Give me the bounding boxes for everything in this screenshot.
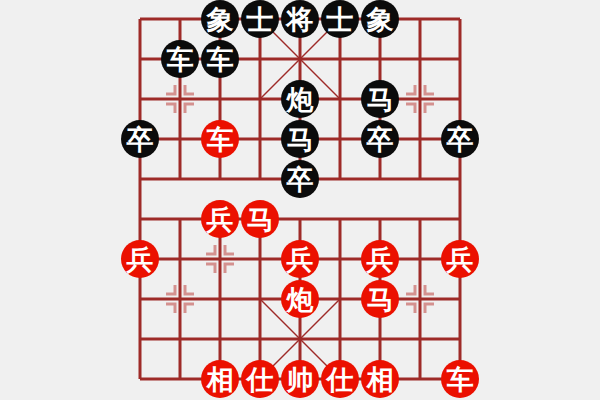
- piece-black-advisor[interactable]: 士: [241, 0, 279, 38]
- piece-black-advisor[interactable]: 士: [321, 0, 359, 38]
- piece-black-pawn[interactable]: 卒: [441, 120, 479, 158]
- xiangqi-board[interactable]: 象士将士象车车炮马卒车马卒卒卒兵马兵兵兵兵炮马相仕帅仕相车: [120, 0, 480, 399]
- piece-black-elephant[interactable]: 象: [201, 0, 239, 38]
- piece-black-horse[interactable]: 马: [361, 80, 399, 118]
- piece-red-advisor[interactable]: 仕: [241, 360, 279, 398]
- piece-black-chariot[interactable]: 车: [201, 40, 239, 78]
- piece-red-horse[interactable]: 马: [361, 280, 399, 318]
- piece-red-pawn[interactable]: 兵: [281, 240, 319, 278]
- piece-red-pawn[interactable]: 兵: [121, 240, 159, 278]
- xiangqi-app: 象士将士象车车炮马卒车马卒卒卒兵马兵兵兵兵炮马相仕帅仕相车: [0, 0, 600, 400]
- piece-black-pawn[interactable]: 卒: [121, 120, 159, 158]
- piece-red-cannon[interactable]: 炮: [281, 280, 319, 318]
- piece-black-general[interactable]: 将: [281, 0, 319, 38]
- piece-red-chariot[interactable]: 车: [201, 120, 239, 158]
- piece-red-horse[interactable]: 马: [241, 200, 279, 238]
- piece-red-pawn[interactable]: 兵: [441, 240, 479, 278]
- piece-red-advisor[interactable]: 仕: [321, 360, 359, 398]
- piece-black-pawn[interactable]: 卒: [361, 120, 399, 158]
- piece-red-chariot[interactable]: 车: [441, 360, 479, 398]
- piece-black-horse[interactable]: 马: [281, 120, 319, 158]
- piece-black-chariot[interactable]: 车: [161, 40, 199, 78]
- piece-red-elephant[interactable]: 相: [201, 360, 239, 398]
- piece-red-pawn[interactable]: 兵: [361, 240, 399, 278]
- piece-red-pawn[interactable]: 兵: [201, 200, 239, 238]
- piece-black-cannon[interactable]: 炮: [281, 80, 319, 118]
- piece-red-elephant[interactable]: 相: [361, 360, 399, 398]
- piece-black-elephant[interactable]: 象: [361, 0, 399, 38]
- piece-black-pawn[interactable]: 卒: [281, 160, 319, 198]
- piece-red-general[interactable]: 帅: [281, 360, 319, 398]
